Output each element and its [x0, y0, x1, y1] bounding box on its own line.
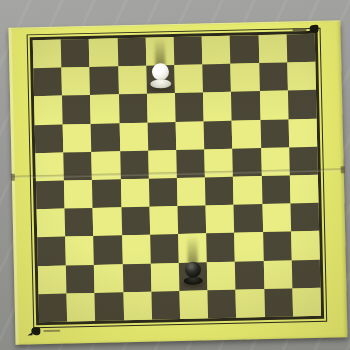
board-square[interactable] — [206, 205, 235, 234]
board-square[interactable] — [95, 292, 124, 321]
board-square[interactable] — [174, 65, 203, 94]
board-square[interactable] — [91, 123, 120, 152]
board-square[interactable] — [286, 34, 315, 63]
brand-text-smudge — [43, 329, 60, 332]
board-square[interactable] — [203, 64, 232, 93]
bird-logo-icon — [31, 327, 40, 335]
board-square[interactable] — [233, 148, 262, 177]
board-square[interactable] — [61, 39, 90, 68]
board-square[interactable] — [292, 259, 321, 288]
board-square[interactable] — [147, 93, 176, 122]
board-square[interactable] — [38, 265, 67, 294]
board-square[interactable] — [34, 96, 63, 125]
board-square[interactable] — [94, 264, 123, 293]
board-square[interactable] — [66, 265, 95, 294]
board-square[interactable] — [65, 236, 94, 265]
board-square[interactable] — [235, 261, 264, 290]
board-square[interactable] — [63, 152, 92, 181]
piece-head — [152, 63, 169, 80]
board-square[interactable] — [90, 67, 119, 96]
board-square[interactable] — [263, 232, 292, 261]
board-square[interactable] — [176, 149, 205, 178]
board-square[interactable] — [235, 232, 264, 261]
board-square[interactable] — [121, 207, 150, 236]
board-square[interactable] — [119, 94, 148, 123]
board-square[interactable] — [234, 204, 263, 233]
board-frame-outer — [27, 28, 328, 329]
board-square[interactable] — [37, 237, 66, 266]
board-square[interactable] — [149, 178, 178, 207]
board-square[interactable] — [231, 63, 260, 92]
board-square[interactable] — [89, 38, 118, 67]
board-square[interactable] — [258, 35, 287, 64]
board-square[interactable] — [146, 37, 175, 66]
board-square[interactable] — [203, 92, 232, 121]
board-square[interactable] — [291, 231, 320, 260]
board-square[interactable] — [117, 38, 146, 67]
brand-mark-bottom-left — [31, 327, 60, 336]
board-square[interactable] — [205, 177, 234, 206]
board-frame-inner — [30, 31, 324, 325]
board-square[interactable] — [264, 288, 293, 317]
board-square[interactable] — [208, 290, 237, 319]
board-square[interactable] — [204, 149, 233, 178]
photo-background — [0, 0, 350, 350]
brand-text-smudge — [293, 28, 307, 31]
board-square[interactable] — [261, 147, 290, 176]
fold-hinge-right — [341, 166, 345, 173]
board-square[interactable] — [231, 92, 260, 121]
draughts-board — [8, 20, 347, 344]
board-square[interactable] — [90, 95, 119, 124]
board-square[interactable] — [292, 288, 321, 317]
board-square[interactable] — [92, 151, 121, 180]
board-square[interactable] — [37, 209, 66, 238]
board-square[interactable] — [233, 176, 262, 205]
board-square[interactable] — [123, 291, 152, 320]
board-square[interactable] — [232, 120, 261, 149]
board-square[interactable] — [174, 36, 203, 65]
board-square[interactable] — [62, 95, 91, 124]
board-square[interactable] — [67, 293, 96, 322]
board-square[interactable] — [175, 93, 204, 122]
board-square[interactable] — [93, 207, 122, 236]
board-square[interactable] — [122, 235, 151, 264]
board-square[interactable] — [150, 234, 179, 263]
board-square[interactable] — [290, 175, 319, 204]
board-square[interactable] — [94, 236, 123, 265]
board-square[interactable] — [121, 179, 150, 208]
piece-head — [185, 261, 201, 277]
board-square[interactable] — [64, 180, 93, 209]
board-square[interactable] — [151, 263, 180, 292]
board-square[interactable] — [260, 91, 289, 120]
white-pawn[interactable] — [148, 63, 173, 91]
board-square[interactable] — [236, 289, 265, 318]
board-square[interactable] — [62, 67, 91, 96]
board-square[interactable] — [288, 118, 317, 147]
board-square[interactable] — [119, 122, 148, 151]
board-square[interactable] — [65, 208, 94, 237]
brand-mark-top-right — [292, 25, 318, 34]
board-square[interactable] — [263, 260, 292, 289]
board-square[interactable] — [287, 62, 316, 91]
board-square[interactable] — [288, 90, 317, 119]
board-square[interactable] — [35, 124, 64, 153]
board-square[interactable] — [177, 177, 206, 206]
black-pawn[interactable] — [182, 261, 205, 286]
board-square[interactable] — [204, 120, 233, 149]
board-square[interactable] — [289, 147, 318, 176]
board-square[interactable] — [202, 36, 231, 65]
board-square[interactable] — [261, 175, 290, 204]
board-square[interactable] — [178, 234, 207, 263]
fold-hinge-left — [11, 174, 15, 181]
board-grid — [33, 34, 321, 322]
bird-logo-icon — [309, 25, 318, 33]
board-square[interactable] — [179, 290, 208, 319]
board-square[interactable] — [230, 35, 259, 64]
board-square[interactable] — [35, 152, 64, 181]
board-square[interactable] — [122, 263, 151, 292]
board-square[interactable] — [38, 293, 67, 322]
board-square[interactable] — [207, 261, 236, 290]
board-square[interactable] — [259, 63, 288, 92]
board-square[interactable] — [149, 206, 178, 235]
board-square[interactable] — [92, 179, 121, 208]
board-square[interactable] — [176, 121, 205, 150]
board-square[interactable] — [33, 40, 62, 69]
board-square[interactable] — [260, 119, 289, 148]
board-square[interactable] — [120, 150, 149, 179]
board-square[interactable] — [147, 122, 176, 151]
board-square[interactable] — [148, 150, 177, 179]
board-square[interactable] — [262, 204, 291, 233]
board-square[interactable] — [178, 206, 207, 235]
board-square[interactable] — [33, 68, 62, 97]
board-square[interactable] — [63, 124, 92, 153]
board-square[interactable] — [290, 203, 319, 232]
board-square[interactable] — [36, 181, 65, 210]
board-square[interactable] — [118, 66, 147, 95]
board-square[interactable] — [151, 291, 180, 320]
board-square[interactable] — [206, 233, 235, 262]
